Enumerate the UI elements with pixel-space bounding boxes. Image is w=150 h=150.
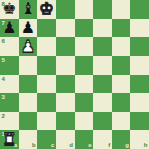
rank-label-2: 2 <box>2 113 5 119</box>
black-pawn[interactable]: ♟ <box>0 19 19 38</box>
file-label-g: g <box>125 142 129 148</box>
square-h7[interactable] <box>130 19 149 38</box>
black-pawn[interactable]: ♟ <box>19 19 38 38</box>
file-label-f: f <box>108 142 110 148</box>
square-c7[interactable] <box>37 19 56 38</box>
white-king[interactable]: ♚ <box>37 0 56 19</box>
square-f8[interactable] <box>93 0 112 19</box>
square-h8[interactable] <box>130 0 149 19</box>
square-h4[interactable] <box>130 75 149 94</box>
square-g5[interactable] <box>112 56 131 75</box>
square-h1[interactable]: h <box>130 130 149 149</box>
square-f5[interactable] <box>93 56 112 75</box>
square-b6[interactable]: ♟ <box>19 37 38 56</box>
square-d4[interactable] <box>56 75 75 94</box>
square-h2[interactable] <box>130 112 149 131</box>
chess-board: 8♚♝♚7♟♟6♟54321a♜bcdefgh <box>0 0 150 150</box>
file-label-d: d <box>69 142 73 148</box>
square-h3[interactable] <box>130 93 149 112</box>
square-b4[interactable] <box>19 75 38 94</box>
square-e3[interactable] <box>75 93 94 112</box>
file-label-b: b <box>32 142 36 148</box>
square-e7[interactable] <box>75 19 94 38</box>
square-d5[interactable] <box>56 56 75 75</box>
square-d6[interactable] <box>56 37 75 56</box>
square-f1[interactable]: f <box>93 130 112 149</box>
square-e5[interactable] <box>75 56 94 75</box>
square-d8[interactable] <box>56 0 75 19</box>
file-label-e: e <box>88 142 91 148</box>
square-f2[interactable] <box>93 112 112 131</box>
square-a3[interactable]: 3 <box>0 93 19 112</box>
square-a4[interactable]: 4 <box>0 75 19 94</box>
rank-label-5: 5 <box>2 57 5 63</box>
square-c8[interactable]: ♚ <box>37 0 56 19</box>
square-a2[interactable]: 2 <box>0 112 19 131</box>
square-e8[interactable] <box>75 0 94 19</box>
square-g6[interactable] <box>112 37 131 56</box>
square-c1[interactable]: c <box>37 130 56 149</box>
square-d1[interactable]: d <box>56 130 75 149</box>
square-e1[interactable]: e <box>75 130 94 149</box>
square-e2[interactable] <box>75 112 94 131</box>
square-a7[interactable]: 7♟ <box>0 19 19 38</box>
square-g1[interactable]: g <box>112 130 131 149</box>
square-d7[interactable] <box>56 19 75 38</box>
square-b7[interactable]: ♟ <box>19 19 38 38</box>
square-b2[interactable] <box>19 112 38 131</box>
rank-label-4: 4 <box>2 76 5 82</box>
square-b3[interactable] <box>19 93 38 112</box>
square-e6[interactable] <box>75 37 94 56</box>
square-e4[interactable] <box>75 75 94 94</box>
square-a8[interactable]: 8♚ <box>0 0 19 19</box>
square-c2[interactable] <box>37 112 56 131</box>
square-c4[interactable] <box>37 75 56 94</box>
file-label-h: h <box>144 142 148 148</box>
square-f7[interactable] <box>93 19 112 38</box>
square-c3[interactable] <box>37 93 56 112</box>
square-g8[interactable] <box>112 0 131 19</box>
square-c5[interactable] <box>37 56 56 75</box>
square-b8[interactable]: ♝ <box>19 0 38 19</box>
square-f6[interactable] <box>93 37 112 56</box>
square-a1[interactable]: 1a♜ <box>0 130 19 149</box>
square-f3[interactable] <box>93 93 112 112</box>
square-f4[interactable] <box>93 75 112 94</box>
white-pawn[interactable]: ♟ <box>19 37 38 56</box>
square-h5[interactable] <box>130 56 149 75</box>
square-a5[interactable]: 5 <box>0 56 19 75</box>
square-h6[interactable] <box>130 37 149 56</box>
square-g3[interactable] <box>112 93 131 112</box>
white-rook[interactable]: ♜ <box>0 130 19 149</box>
square-g4[interactable] <box>112 75 131 94</box>
black-bishop[interactable]: ♝ <box>19 0 38 19</box>
square-d3[interactable] <box>56 93 75 112</box>
file-label-c: c <box>51 142 54 148</box>
black-king[interactable]: ♚ <box>0 0 19 19</box>
square-d2[interactable] <box>56 112 75 131</box>
rank-label-3: 3 <box>2 94 5 100</box>
square-g2[interactable] <box>112 112 131 131</box>
square-c6[interactable] <box>37 37 56 56</box>
square-b1[interactable]: b <box>19 130 38 149</box>
rank-label-6: 6 <box>2 38 5 44</box>
square-g7[interactable] <box>112 19 131 38</box>
square-a6[interactable]: 6 <box>0 37 19 56</box>
square-b5[interactable] <box>19 56 38 75</box>
